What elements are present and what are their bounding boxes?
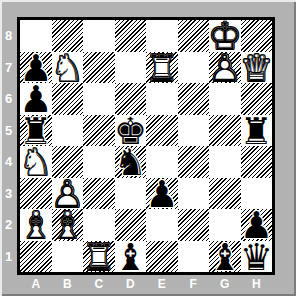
board-frame: 87654321 ♚♔♟♞♘♜♖♟♙♛♕♟♜♚♜♞♘♞♟♙♟♝♗♝♗♟♜♖♝♝♛… [0, 0, 296, 296]
white-bishop-outline: ♗ [52, 209, 84, 241]
square-c5[interactable] [83, 115, 115, 147]
square-a1[interactable] [20, 241, 52, 273]
square-f1[interactable] [178, 241, 210, 273]
file-label-b: B [52, 275, 84, 294]
white-knight-outline: ♘ [20, 146, 52, 178]
square-c8[interactable] [83, 20, 115, 52]
white-queen-outline: ♕ [241, 52, 273, 84]
square-d7[interactable] [115, 52, 147, 84]
square-f3[interactable] [178, 178, 210, 210]
square-g1[interactable]: ♝ [209, 241, 241, 273]
black-knight[interactable]: ♞ [115, 146, 147, 178]
square-d4[interactable]: ♞ [115, 146, 147, 178]
black-bishop[interactable]: ♝ [209, 241, 241, 273]
file-label-d: D [115, 275, 147, 294]
black-bishop[interactable]: ♝ [115, 241, 147, 273]
square-f8[interactable] [178, 20, 210, 52]
file-labels: ABCDEFGH [20, 275, 272, 294]
square-g4[interactable] [209, 146, 241, 178]
square-f4[interactable] [178, 146, 210, 178]
rank-label-4: 4 [0, 146, 17, 178]
white-rook-outline: ♖ [146, 52, 178, 84]
square-b6[interactable] [52, 83, 84, 115]
square-g6[interactable] [209, 83, 241, 115]
square-h5[interactable]: ♜ [241, 115, 273, 147]
black-rook[interactable]: ♜ [241, 115, 273, 147]
square-e5[interactable] [146, 115, 178, 147]
file-label-g: G [209, 275, 241, 294]
square-a2[interactable]: ♝♗ [20, 209, 52, 241]
rank-label-2: 2 [0, 209, 17, 241]
square-g7[interactable]: ♟♙ [209, 52, 241, 84]
square-g5[interactable] [209, 115, 241, 147]
file-label-e: E [146, 275, 178, 294]
square-d1[interactable]: ♝ [115, 241, 147, 273]
square-a4[interactable]: ♞♘ [20, 146, 52, 178]
square-d3[interactable] [115, 178, 147, 210]
square-e2[interactable] [146, 209, 178, 241]
file-label-a: A [20, 275, 52, 294]
black-queen[interactable]: ♛ [241, 241, 273, 273]
square-c1[interactable]: ♜♖ [83, 241, 115, 273]
square-c3[interactable] [83, 178, 115, 210]
square-e1[interactable] [146, 241, 178, 273]
rank-label-1: 1 [0, 241, 17, 273]
square-d8[interactable] [115, 20, 147, 52]
rank-label-6: 6 [0, 83, 17, 115]
square-c7[interactable] [83, 52, 115, 84]
square-e6[interactable] [146, 83, 178, 115]
black-pawn[interactable]: ♟ [146, 178, 178, 210]
square-b2[interactable]: ♝♗ [52, 209, 84, 241]
square-f7[interactable] [178, 52, 210, 84]
rank-label-3: 3 [0, 178, 17, 210]
file-label-f: F [178, 275, 210, 294]
square-h4[interactable] [241, 146, 273, 178]
square-e7[interactable]: ♜♖ [146, 52, 178, 84]
square-f5[interactable] [178, 115, 210, 147]
white-rook-outline: ♖ [83, 241, 115, 273]
square-c6[interactable] [83, 83, 115, 115]
white-bishop-outline: ♗ [20, 209, 52, 241]
square-b1[interactable] [52, 241, 84, 273]
square-b5[interactable] [52, 115, 84, 147]
square-e3[interactable]: ♟ [146, 178, 178, 210]
square-f2[interactable] [178, 209, 210, 241]
square-h7[interactable]: ♛♕ [241, 52, 273, 84]
rank-label-7: 7 [0, 52, 17, 84]
square-g3[interactable] [209, 178, 241, 210]
square-b7[interactable]: ♞♘ [52, 52, 84, 84]
file-label-c: C [83, 275, 115, 294]
rank-labels: 87654321 [0, 20, 17, 272]
white-knight-outline: ♘ [52, 52, 84, 84]
square-f6[interactable] [178, 83, 210, 115]
rank-label-5: 5 [0, 115, 17, 147]
file-label-h: H [241, 275, 273, 294]
white-pawn-outline: ♙ [209, 52, 241, 84]
square-h1[interactable]: ♛ [241, 241, 273, 273]
chess-board: ♚♔♟♞♘♜♖♟♙♛♕♟♜♚♜♞♘♞♟♙♟♝♗♝♗♟♜♖♝♝♛ [17, 17, 275, 275]
rank-label-8: 8 [0, 20, 17, 52]
square-c4[interactable] [83, 146, 115, 178]
